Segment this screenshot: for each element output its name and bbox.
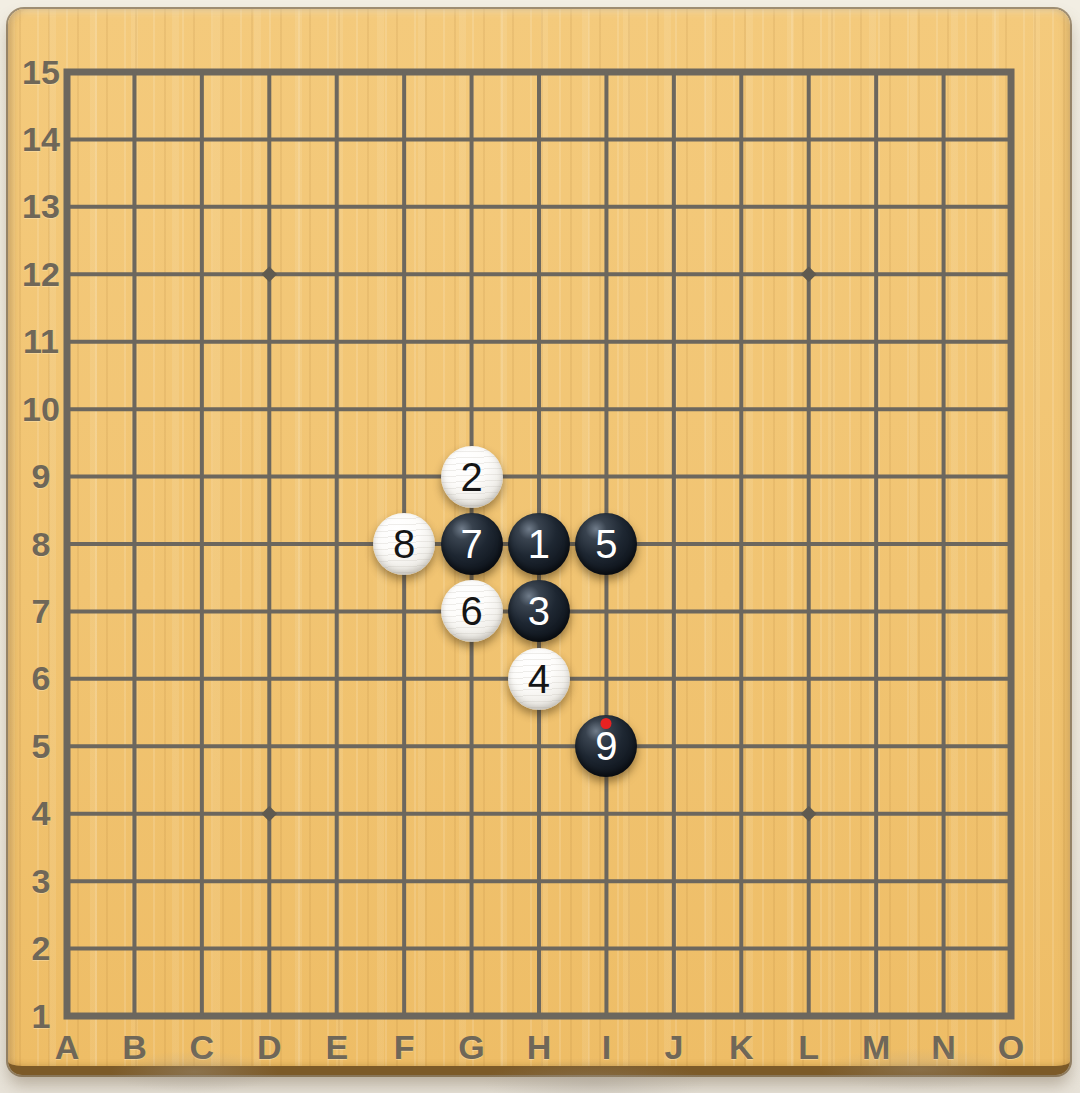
intersection-A8[interactable] (33, 510, 100, 577)
intersection-E1[interactable] (303, 982, 370, 1049)
move-number: 5 (595, 513, 617, 575)
intersection-J1[interactable] (640, 982, 707, 1049)
intersection-O3[interactable] (977, 847, 1044, 914)
intersection-A14[interactable] (33, 106, 100, 173)
move-number: 6 (460, 580, 482, 642)
gomoku-app: 151413121110987654321ABCDEFGHIJKLMNO 287… (0, 0, 1080, 1093)
intersection-C14[interactable] (168, 106, 235, 173)
intersection-O13[interactable] (977, 173, 1044, 240)
intersection-D9[interactable] (236, 443, 303, 510)
intersection-C9[interactable] (168, 443, 235, 510)
intersection-H11[interactable] (505, 308, 572, 375)
intersection-I15[interactable] (573, 38, 640, 105)
intersection-A5[interactable] (33, 713, 100, 780)
intersection-C4[interactable] (168, 780, 235, 847)
intersection-L8[interactable] (775, 510, 842, 577)
intersection-O12[interactable] (977, 241, 1044, 308)
gomoku-board: 151413121110987654321ABCDEFGHIJKLMNO 287… (8, 9, 1070, 1075)
intersection-L3[interactable] (775, 847, 842, 914)
intersection-K15[interactable] (708, 38, 775, 105)
intersection-H9[interactable] (505, 443, 572, 510)
intersection-G14[interactable] (438, 106, 505, 173)
intersection-K11[interactable] (708, 308, 775, 375)
intersection-K4[interactable] (708, 780, 775, 847)
intersection-G10[interactable] (438, 375, 505, 442)
intersection-J15[interactable] (640, 38, 707, 105)
intersection-F9[interactable] (370, 443, 437, 510)
intersection-F2[interactable] (370, 915, 437, 982)
intersection-A15[interactable] (33, 38, 100, 105)
intersection-M12[interactable] (842, 241, 909, 308)
black-stone-1: 1 (508, 513, 570, 575)
intersection-C1[interactable] (168, 982, 235, 1049)
intersection-K7[interactable] (708, 578, 775, 645)
intersection-E10[interactable] (303, 375, 370, 442)
intersection-D5[interactable] (236, 713, 303, 780)
intersection-D10[interactable] (236, 375, 303, 442)
intersection-K1[interactable] (708, 982, 775, 1049)
intersection-K12[interactable] (708, 241, 775, 308)
intersection-A13[interactable] (33, 173, 100, 240)
intersection-M15[interactable] (842, 38, 909, 105)
intersection-H13[interactable] (505, 173, 572, 240)
intersection-J6[interactable] (640, 645, 707, 712)
intersection-I7[interactable] (573, 578, 640, 645)
intersection-I13[interactable] (573, 173, 640, 240)
intersection-L1[interactable] (775, 982, 842, 1049)
intersection-K13[interactable] (708, 173, 775, 240)
intersection-H4[interactable] (505, 780, 572, 847)
intersection-C6[interactable] (168, 645, 235, 712)
intersection-B5[interactable] (101, 713, 168, 780)
intersection-N1[interactable] (910, 982, 977, 1049)
intersection-F13[interactable] (370, 173, 437, 240)
intersection-G13[interactable] (438, 173, 505, 240)
intersection-I3[interactable] (573, 847, 640, 914)
intersection-F12[interactable] (370, 241, 437, 308)
intersection-B7[interactable] (101, 578, 168, 645)
intersection-K3[interactable] (708, 847, 775, 914)
intersection-F11[interactable] (370, 308, 437, 375)
black-stone-7: 7 (441, 513, 503, 575)
intersection-M13[interactable] (842, 173, 909, 240)
intersection-D3[interactable] (236, 847, 303, 914)
intersection-F4[interactable] (370, 780, 437, 847)
intersection-G5[interactable] (438, 713, 505, 780)
intersection-E7[interactable] (303, 578, 370, 645)
intersection-H3[interactable] (505, 847, 572, 914)
intersection-N3[interactable] (910, 847, 977, 914)
intersection-J3[interactable] (640, 847, 707, 914)
intersection-M8[interactable] (842, 510, 909, 577)
intersection-D15[interactable] (236, 38, 303, 105)
intersection-M2[interactable] (842, 915, 909, 982)
intersection-B11[interactable] (101, 308, 168, 375)
intersection-M9[interactable] (842, 443, 909, 510)
intersection-E9[interactable] (303, 443, 370, 510)
intersection-O6[interactable] (977, 645, 1044, 712)
intersection-N15[interactable] (910, 38, 977, 105)
intersection-N13[interactable] (910, 173, 977, 240)
intersection-F7[interactable] (370, 578, 437, 645)
intersection-N6[interactable] (910, 645, 977, 712)
intersection-O7[interactable] (977, 578, 1044, 645)
intersection-J13[interactable] (640, 173, 707, 240)
intersection-H7[interactable]: 3 (505, 578, 572, 645)
intersection-D12[interactable] (236, 241, 303, 308)
intersection-I8[interactable]: 5 (573, 510, 640, 577)
intersection-K5[interactable] (708, 713, 775, 780)
intersection-C13[interactable] (168, 173, 235, 240)
intersection-J12[interactable] (640, 241, 707, 308)
intersection-N9[interactable] (910, 443, 977, 510)
move-number: 7 (460, 513, 482, 575)
intersection-A9[interactable] (33, 443, 100, 510)
intersection-G9[interactable]: 2 (438, 443, 505, 510)
intersection-D14[interactable] (236, 106, 303, 173)
intersection-A12[interactable] (33, 241, 100, 308)
intersection-F3[interactable] (370, 847, 437, 914)
intersection-I1[interactable] (573, 982, 640, 1049)
intersection-E8[interactable] (303, 510, 370, 577)
intersection-F6[interactable] (370, 645, 437, 712)
intersection-D6[interactable] (236, 645, 303, 712)
intersection-K10[interactable] (708, 375, 775, 442)
intersection-A3[interactable] (33, 847, 100, 914)
white-stone-2: 2 (441, 446, 503, 508)
intersection-D7[interactable] (236, 578, 303, 645)
intersection-C12[interactable] (168, 241, 235, 308)
intersection-L13[interactable] (775, 173, 842, 240)
intersection-A4[interactable] (33, 780, 100, 847)
intersection-D8[interactable] (236, 510, 303, 577)
intersection-C8[interactable] (168, 510, 235, 577)
intersection-O11[interactable] (977, 308, 1044, 375)
intersection-J14[interactable] (640, 106, 707, 173)
black-stone-9: 9 (575, 715, 637, 777)
intersection-O15[interactable] (977, 38, 1044, 105)
intersection-K2[interactable] (708, 915, 775, 982)
move-number: 8 (393, 513, 415, 575)
intersection-O10[interactable] (977, 375, 1044, 442)
intersection-K6[interactable] (708, 645, 775, 712)
intersection-H15[interactable] (505, 38, 572, 105)
intersection-M3[interactable] (842, 847, 909, 914)
intersection-I4[interactable] (573, 780, 640, 847)
intersection-G7[interactable]: 6 (438, 578, 505, 645)
white-stone-4: 4 (508, 648, 570, 710)
intersection-J11[interactable] (640, 308, 707, 375)
intersection-N11[interactable] (910, 308, 977, 375)
intersection-B15[interactable] (101, 38, 168, 105)
intersection-B10[interactable] (101, 375, 168, 442)
intersection-E3[interactable] (303, 847, 370, 914)
intersection-A7[interactable] (33, 578, 100, 645)
intersection-E14[interactable] (303, 106, 370, 173)
intersection-G12[interactable] (438, 241, 505, 308)
intersection-C10[interactable] (168, 375, 235, 442)
intersection-M6[interactable] (842, 645, 909, 712)
intersection-B12[interactable] (101, 241, 168, 308)
intersection-G15[interactable] (438, 38, 505, 105)
intersection-C2[interactable] (168, 915, 235, 982)
intersection-I2[interactable] (573, 915, 640, 982)
intersection-B13[interactable] (101, 173, 168, 240)
intersection-H2[interactable] (505, 915, 572, 982)
move-number: 4 (528, 648, 550, 710)
intersection-J5[interactable] (640, 713, 707, 780)
white-stone-6: 6 (441, 580, 503, 642)
intersection-I5[interactable]: 9 (573, 713, 640, 780)
intersection-M10[interactable] (842, 375, 909, 442)
intersection-B6[interactable] (101, 645, 168, 712)
intersection-J2[interactable] (640, 915, 707, 982)
intersection-M14[interactable] (842, 106, 909, 173)
intersection-O9[interactable] (977, 443, 1044, 510)
intersection-C7[interactable] (168, 578, 235, 645)
black-stone-3: 3 (508, 580, 570, 642)
intersection-E12[interactable] (303, 241, 370, 308)
board-grid: 287156349 (33, 38, 1044, 1049)
move-number: 3 (528, 580, 550, 642)
intersection-L7[interactable] (775, 578, 842, 645)
intersection-M11[interactable] (842, 308, 909, 375)
intersection-L10[interactable] (775, 375, 842, 442)
intersection-A6[interactable] (33, 645, 100, 712)
intersection-L4[interactable] (775, 780, 842, 847)
intersection-F8[interactable]: 8 (370, 510, 437, 577)
intersection-I10[interactable] (573, 375, 640, 442)
intersection-J8[interactable] (640, 510, 707, 577)
intersection-A10[interactable] (33, 375, 100, 442)
intersection-C3[interactable] (168, 847, 235, 914)
move-number: 2 (460, 446, 482, 508)
intersection-N7[interactable] (910, 578, 977, 645)
intersection-J10[interactable] (640, 375, 707, 442)
intersection-L14[interactable] (775, 106, 842, 173)
intersection-N2[interactable] (910, 915, 977, 982)
intersection-D1[interactable] (236, 982, 303, 1049)
intersection-D11[interactable] (236, 308, 303, 375)
intersection-F14[interactable] (370, 106, 437, 173)
intersection-H8[interactable]: 1 (505, 510, 572, 577)
intersection-N12[interactable] (910, 241, 977, 308)
intersection-M4[interactable] (842, 780, 909, 847)
intersection-L15[interactable] (775, 38, 842, 105)
intersection-O8[interactable] (977, 510, 1044, 577)
intersection-D4[interactable] (236, 780, 303, 847)
intersection-J7[interactable] (640, 578, 707, 645)
intersection-G1[interactable] (438, 982, 505, 1049)
intersection-N14[interactable] (910, 106, 977, 173)
intersection-E5[interactable] (303, 713, 370, 780)
intersection-N8[interactable] (910, 510, 977, 577)
intersection-E15[interactable] (303, 38, 370, 105)
intersection-L5[interactable] (775, 713, 842, 780)
intersection-C5[interactable] (168, 713, 235, 780)
intersection-F1[interactable] (370, 982, 437, 1049)
intersection-H10[interactable] (505, 375, 572, 442)
intersection-A2[interactable] (33, 915, 100, 982)
intersection-C15[interactable] (168, 38, 235, 105)
intersection-M1[interactable] (842, 982, 909, 1049)
intersection-F10[interactable] (370, 375, 437, 442)
intersection-B8[interactable] (101, 510, 168, 577)
intersection-A11[interactable] (33, 308, 100, 375)
intersection-G11[interactable] (438, 308, 505, 375)
intersection-J4[interactable] (640, 780, 707, 847)
intersection-H1[interactable] (505, 982, 572, 1049)
intersection-G4[interactable] (438, 780, 505, 847)
intersection-D2[interactable] (236, 915, 303, 982)
intersection-B2[interactable] (101, 915, 168, 982)
intersection-B4[interactable] (101, 780, 168, 847)
intersection-B3[interactable] (101, 847, 168, 914)
intersection-L2[interactable] (775, 915, 842, 982)
intersection-F15[interactable] (370, 38, 437, 105)
intersection-I14[interactable] (573, 106, 640, 173)
intersection-B9[interactable] (101, 443, 168, 510)
intersection-E13[interactable] (303, 173, 370, 240)
intersection-M5[interactable] (842, 713, 909, 780)
intersection-L12[interactable] (775, 241, 842, 308)
intersection-K8[interactable] (708, 510, 775, 577)
intersection-N10[interactable] (910, 375, 977, 442)
intersection-I11[interactable] (573, 308, 640, 375)
intersection-O1[interactable] (977, 982, 1044, 1049)
intersection-K9[interactable] (708, 443, 775, 510)
intersection-N5[interactable] (910, 713, 977, 780)
intersection-B14[interactable] (101, 106, 168, 173)
intersection-E11[interactable] (303, 308, 370, 375)
intersection-G2[interactable] (438, 915, 505, 982)
black-stone-5: 5 (575, 513, 637, 575)
intersection-L9[interactable] (775, 443, 842, 510)
intersection-F5[interactable] (370, 713, 437, 780)
intersection-N4[interactable] (910, 780, 977, 847)
intersection-O14[interactable] (977, 106, 1044, 173)
intersection-I12[interactable] (573, 241, 640, 308)
intersection-D13[interactable] (236, 173, 303, 240)
last-move-marker-icon (601, 718, 612, 729)
intersection-J9[interactable] (640, 443, 707, 510)
intersection-B1[interactable] (101, 982, 168, 1049)
intersection-O4[interactable] (977, 780, 1044, 847)
intersection-I9[interactable] (573, 443, 640, 510)
intersection-H14[interactable] (505, 106, 572, 173)
intersection-G3[interactable] (438, 847, 505, 914)
intersection-C11[interactable] (168, 308, 235, 375)
intersection-K14[interactable] (708, 106, 775, 173)
intersection-E2[interactable] (303, 915, 370, 982)
intersection-I6[interactable] (573, 645, 640, 712)
intersection-O5[interactable] (977, 713, 1044, 780)
intersection-G6[interactable] (438, 645, 505, 712)
intersection-E4[interactable] (303, 780, 370, 847)
move-number: 1 (528, 513, 550, 575)
intersection-M7[interactable] (842, 578, 909, 645)
intersection-E6[interactable] (303, 645, 370, 712)
intersection-H12[interactable] (505, 241, 572, 308)
white-stone-8: 8 (373, 513, 435, 575)
intersection-H5[interactable] (505, 713, 572, 780)
intersection-G8[interactable]: 7 (438, 510, 505, 577)
intersection-A1[interactable] (33, 982, 100, 1049)
intersection-H6[interactable]: 4 (505, 645, 572, 712)
intersection-L6[interactable] (775, 645, 842, 712)
intersection-L11[interactable] (775, 308, 842, 375)
intersection-O2[interactable] (977, 915, 1044, 982)
